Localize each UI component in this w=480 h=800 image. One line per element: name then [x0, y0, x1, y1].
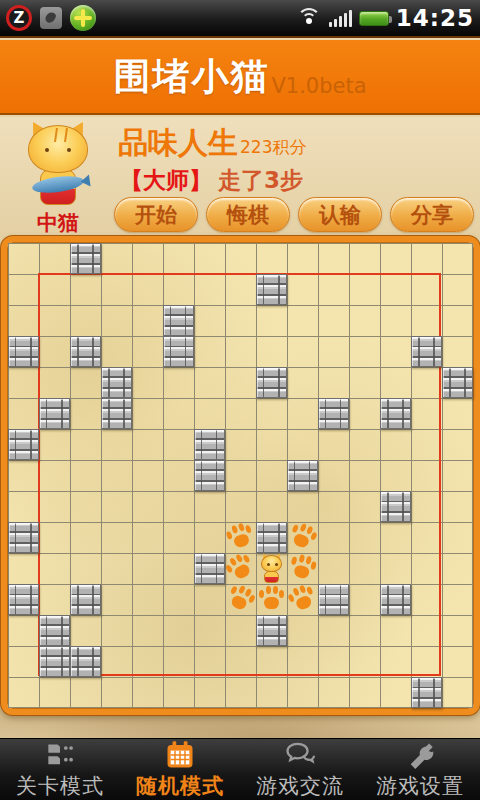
avatar-head: [28, 125, 88, 173]
brick-wall: [194, 460, 225, 491]
player-rank: 【大师】: [120, 165, 212, 196]
levels-folder-icon: [45, 740, 75, 770]
brick-wall: [8, 336, 39, 367]
moves-count: 走了3步: [218, 165, 303, 196]
brick-wall: [318, 398, 349, 429]
player-panel: 中猫 品味人生 223积分 【大师】 走了3步 开始 悔棋 认输 分享: [0, 117, 480, 237]
app-title: 围堵小猫: [113, 52, 269, 102]
brick-wall: [287, 460, 318, 491]
brick-wall: [256, 615, 287, 646]
brick-wall: [70, 336, 101, 367]
brick-wall: [194, 429, 225, 460]
start-button[interactable]: 开始: [114, 197, 198, 232]
board-grid[interactable]: [8, 243, 473, 708]
wrench-icon: [405, 740, 435, 770]
player-name: 品味人生: [118, 123, 238, 164]
player-rank-row: 【大师】 走了3步: [120, 165, 303, 196]
nav-game-chat[interactable]: 游戏交流: [240, 739, 360, 800]
nav-label: 关卡模式: [16, 772, 104, 800]
brick-wall: [39, 398, 70, 429]
notification-icons: Z: [0, 5, 96, 31]
brick-wall: [256, 274, 287, 305]
paw-print-hint[interactable]: [282, 579, 322, 619]
title-bar: 围堵小猫 V1.0beta: [0, 40, 480, 115]
paw-print-hint[interactable]: [256, 584, 287, 615]
brick-wall: [442, 367, 473, 398]
status-bar: Z 14:25: [0, 0, 480, 38]
avatar-label: 中猫: [16, 209, 100, 237]
brick-wall: [8, 584, 39, 615]
brick-wall: [163, 305, 194, 336]
player-score: 223积分: [240, 136, 306, 159]
brick-wall: [8, 522, 39, 553]
brick-wall: [70, 584, 101, 615]
nav-label: 游戏设置: [376, 772, 464, 800]
wifi-icon: [296, 8, 322, 28]
brick-wall: [411, 336, 442, 367]
kitten-piece: [256, 553, 287, 584]
clock-time: 14:25: [396, 5, 474, 31]
brick-wall: [194, 553, 225, 584]
gray-app-icon: [40, 7, 62, 29]
cat-avatar: [16, 121, 100, 209]
brick-wall: [39, 615, 70, 646]
green-antivirus-icon: [70, 5, 96, 31]
player-avatar-block: 中猫: [16, 121, 100, 231]
board-frame: [1, 236, 480, 715]
game-toolbar: 开始 悔棋 认输 分享: [114, 197, 474, 232]
system-status-icons: 14:25: [296, 5, 480, 31]
brick-wall: [8, 429, 39, 460]
brick-wall: [380, 491, 411, 522]
chat-bubbles-icon: [285, 740, 315, 770]
resign-button[interactable]: 认输: [298, 197, 382, 232]
brick-wall: [70, 646, 101, 677]
nav-random-mode[interactable]: 随机模式: [120, 739, 240, 800]
undo-button[interactable]: 悔棋: [206, 197, 290, 232]
brick-wall: [256, 367, 287, 398]
brick-wall: [39, 646, 70, 677]
nav-game-settings[interactable]: 游戏设置: [360, 739, 480, 800]
brick-wall: [101, 398, 132, 429]
bottom-nav-bar: 关卡模式 随机模式 游戏交流: [0, 738, 480, 800]
kitten-head: [261, 555, 282, 572]
phone-screen: Z 14:25 围堵小猫 V1.0beta 中猫: [0, 0, 480, 800]
calendar-grid-icon: [165, 740, 195, 770]
player-name-row: 品味人生 223积分: [118, 123, 306, 164]
app-version: V1.0beta: [271, 74, 366, 98]
brick-wall: [70, 243, 101, 274]
battery-icon: [359, 11, 389, 26]
brick-wall: [318, 584, 349, 615]
alarm-z-icon: Z: [6, 5, 32, 31]
signal-bars-icon: [329, 9, 352, 27]
brick-wall: [163, 336, 194, 367]
kitten-body: [264, 571, 279, 583]
paw-print-hint[interactable]: [220, 579, 261, 620]
brick-wall: [380, 584, 411, 615]
nav-label: 游戏交流: [256, 772, 344, 800]
nav-level-mode[interactable]: 关卡模式: [0, 739, 120, 800]
brick-wall: [411, 677, 442, 708]
brick-wall: [380, 398, 411, 429]
brick-wall: [101, 367, 132, 398]
share-button[interactable]: 分享: [390, 197, 474, 232]
brick-wall: [256, 522, 287, 553]
nav-label: 随机模式: [136, 772, 224, 800]
